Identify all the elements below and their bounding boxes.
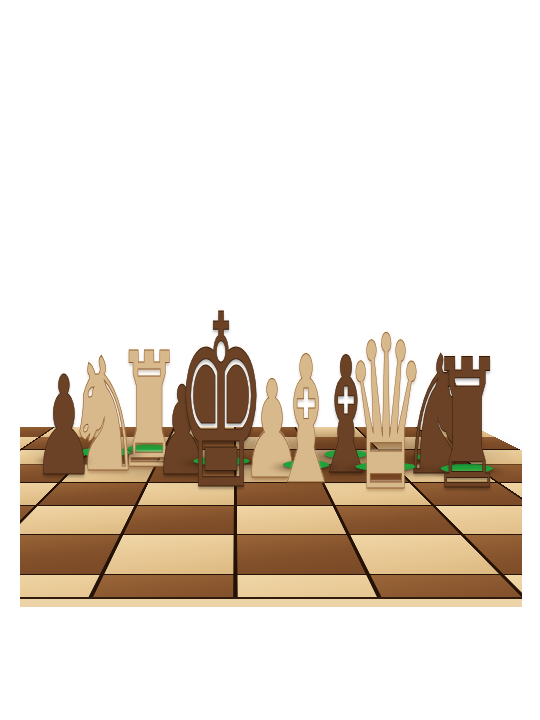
- board-square-r7c7[interactable]: [464, 535, 522, 574]
- piece-dark-pawn-1[interactable]: ♟: [3, 358, 126, 462]
- piece-dark-rook-1[interactable]: ♜: [387, 336, 540, 472]
- dark-rook-glyph: ♜: [431, 336, 503, 515]
- board-square-r5c8[interactable]: [500, 483, 522, 505]
- board-square-r7c3[interactable]: [20, 535, 119, 574]
- board-front-edge: [20, 597, 522, 607]
- pieces-layer: ♟♞♜♟♚♟♝♝♛♞♜: [0, 0, 540, 720]
- board-square-r6c3[interactable]: [20, 506, 134, 535]
- board-square-r7c6[interactable]: [351, 535, 499, 574]
- product-photo-scene: ♟♞♜♟♚♟♝♝♛♞♜: [0, 0, 540, 720]
- dark-pawn-glyph: ♟: [33, 358, 94, 495]
